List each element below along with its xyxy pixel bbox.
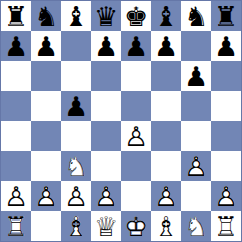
square-b8[interactable]: ♞ [31, 1, 61, 31]
white-piece-outline: ♙ [64, 183, 88, 210]
square-f8[interactable]: ♝ [151, 1, 181, 31]
piece-black-bishop[interactable]: ♝ [61, 1, 91, 31]
square-a1[interactable]: ♜♖ [1, 211, 31, 241]
square-f1[interactable]: ♝♗ [151, 211, 181, 241]
square-b6[interactable] [31, 61, 61, 91]
square-b5[interactable] [31, 91, 61, 121]
piece-black-rook[interactable]: ♜ [1, 1, 31, 31]
square-g8[interactable]: ♞ [181, 1, 211, 31]
piece-black-pawn[interactable]: ♟ [151, 31, 181, 61]
black-piece-glyph: ♟ [94, 33, 118, 60]
square-f7[interactable]: ♟ [151, 31, 181, 61]
white-piece-outline: ♙ [34, 183, 58, 210]
black-piece-glyph: ♜ [214, 3, 238, 30]
square-h2[interactable]: ♟♙ [211, 181, 241, 211]
square-h5[interactable] [211, 91, 241, 121]
square-a5[interactable] [1, 91, 31, 121]
square-e1[interactable]: ♚♔ [121, 211, 151, 241]
square-g3[interactable]: ♟♙ [181, 151, 211, 181]
white-piece-outline: ♕ [94, 213, 118, 240]
piece-white-bishop[interactable]: ♝♗ [151, 211, 181, 241]
black-piece-glyph: ♟ [34, 33, 58, 60]
square-h4[interactable] [211, 121, 241, 151]
black-piece-glyph: ♛ [94, 3, 118, 30]
square-d1[interactable]: ♛♕ [91, 211, 121, 241]
piece-black-pawn[interactable]: ♟ [121, 31, 151, 61]
piece-black-pawn[interactable]: ♟ [91, 31, 121, 61]
square-a3[interactable] [1, 151, 31, 181]
black-piece-glyph: ♟ [154, 33, 178, 60]
square-e6[interactable] [121, 61, 151, 91]
white-piece-outline: ♘ [184, 213, 208, 240]
square-d2[interactable]: ♟♙ [91, 181, 121, 211]
square-h3[interactable] [211, 151, 241, 181]
piece-white-rook[interactable]: ♜♖ [211, 211, 241, 241]
piece-black-pawn[interactable]: ♟ [211, 31, 241, 61]
piece-black-queen[interactable]: ♛ [91, 1, 121, 31]
square-c6[interactable] [61, 61, 91, 91]
black-piece-glyph: ♜ [4, 3, 28, 30]
square-e5[interactable] [121, 91, 151, 121]
square-d5[interactable] [91, 91, 121, 121]
square-d4[interactable] [91, 121, 121, 151]
white-piece-outline: ♙ [124, 123, 148, 150]
square-g7[interactable] [181, 31, 211, 61]
piece-white-pawn[interactable]: ♟♙ [121, 121, 151, 151]
square-c1[interactable]: ♝♗ [61, 211, 91, 241]
piece-white-pawn[interactable]: ♟♙ [151, 181, 181, 211]
square-c5[interactable]: ♟ [61, 91, 91, 121]
square-a6[interactable] [1, 61, 31, 91]
white-piece-outline: ♗ [154, 213, 178, 240]
square-f2[interactable]: ♟♙ [151, 181, 181, 211]
square-a4[interactable] [1, 121, 31, 151]
white-piece-outline: ♙ [154, 183, 178, 210]
square-g1[interactable]: ♞♘ [181, 211, 211, 241]
white-piece-outline: ♙ [4, 183, 28, 210]
piece-white-knight[interactable]: ♞♘ [181, 211, 211, 241]
square-a7[interactable]: ♟ [1, 31, 31, 61]
square-e4[interactable]: ♟♙ [121, 121, 151, 151]
square-f4[interactable] [151, 121, 181, 151]
square-h6[interactable] [211, 61, 241, 91]
piece-black-knight[interactable]: ♞ [31, 1, 61, 31]
square-f3[interactable] [151, 151, 181, 181]
white-piece-outline: ♖ [214, 213, 238, 240]
piece-white-knight[interactable]: ♞♘ [61, 151, 91, 181]
black-piece-glyph: ♟ [184, 63, 208, 90]
piece-black-king[interactable]: ♚ [121, 1, 151, 31]
black-piece-glyph: ♝ [64, 3, 88, 30]
piece-black-pawn[interactable]: ♟ [61, 91, 91, 121]
white-piece-outline: ♙ [214, 183, 238, 210]
white-piece-outline: ♘ [64, 153, 88, 180]
black-piece-glyph: ♟ [214, 33, 238, 60]
white-piece-outline: ♙ [184, 153, 208, 180]
square-d8[interactable]: ♛ [91, 1, 121, 31]
square-e2[interactable] [121, 181, 151, 211]
square-c2[interactable]: ♟♙ [61, 181, 91, 211]
square-d7[interactable]: ♟ [91, 31, 121, 61]
piece-white-pawn[interactable]: ♟♙ [91, 181, 121, 211]
piece-white-rook[interactable]: ♜♖ [1, 211, 31, 241]
square-e7[interactable]: ♟ [121, 31, 151, 61]
white-piece-outline: ♙ [94, 183, 118, 210]
square-g4[interactable] [181, 121, 211, 151]
square-g5[interactable] [181, 91, 211, 121]
square-b4[interactable] [31, 121, 61, 151]
piece-white-pawn[interactable]: ♟♙ [211, 181, 241, 211]
square-a2[interactable]: ♟♙ [1, 181, 31, 211]
piece-white-king[interactable]: ♚♔ [121, 211, 151, 241]
black-piece-glyph: ♚ [124, 3, 148, 30]
piece-black-pawn[interactable]: ♟ [181, 61, 211, 91]
square-h1[interactable]: ♜♖ [211, 211, 241, 241]
chess-board: ♜♞♝♛♚♝♞♜♟♟♟♟♟♟♟♟♟♙♞♘♟♙♟♙♟♙♟♙♟♙♟♙♟♙♜♖♝♗♛♕… [0, 0, 242, 242]
piece-white-pawn[interactable]: ♟♙ [1, 181, 31, 211]
square-c7[interactable] [61, 31, 91, 61]
white-piece-outline: ♖ [4, 213, 28, 240]
black-piece-glyph: ♝ [154, 3, 178, 30]
piece-white-pawn[interactable]: ♟♙ [61, 181, 91, 211]
square-f5[interactable] [151, 91, 181, 121]
white-piece-outline: ♔ [124, 213, 148, 240]
piece-black-rook[interactable]: ♜ [211, 1, 241, 31]
square-b3[interactable] [31, 151, 61, 181]
piece-black-pawn[interactable]: ♟ [1, 31, 31, 61]
piece-white-queen[interactable]: ♛♕ [91, 211, 121, 241]
black-piece-glyph: ♟ [4, 33, 28, 60]
square-e8[interactable]: ♚ [121, 1, 151, 31]
square-c4[interactable] [61, 121, 91, 151]
square-b1[interactable] [31, 211, 61, 241]
square-h7[interactable]: ♟ [211, 31, 241, 61]
black-piece-glyph: ♟ [124, 33, 148, 60]
piece-white-pawn[interactable]: ♟♙ [181, 151, 211, 181]
square-h8[interactable]: ♜ [211, 1, 241, 31]
piece-black-pawn[interactable]: ♟ [31, 31, 61, 61]
piece-black-bishop[interactable]: ♝ [151, 1, 181, 31]
piece-white-bishop[interactable]: ♝♗ [61, 211, 91, 241]
square-d3[interactable] [91, 151, 121, 181]
square-g6[interactable]: ♟ [181, 61, 211, 91]
square-d6[interactable] [91, 61, 121, 91]
square-e3[interactable] [121, 151, 151, 181]
square-a8[interactable]: ♜ [1, 1, 31, 31]
black-piece-glyph: ♞ [184, 3, 208, 30]
square-g2[interactable] [181, 181, 211, 211]
black-piece-glyph: ♞ [34, 3, 58, 30]
square-f6[interactable] [151, 61, 181, 91]
square-c8[interactable]: ♝ [61, 1, 91, 31]
square-b2[interactable]: ♟♙ [31, 181, 61, 211]
square-c3[interactable]: ♞♘ [61, 151, 91, 181]
black-piece-glyph: ♟ [64, 93, 88, 120]
piece-white-pawn[interactable]: ♟♙ [31, 181, 61, 211]
piece-black-knight[interactable]: ♞ [181, 1, 211, 31]
square-b7[interactable]: ♟ [31, 31, 61, 61]
white-piece-outline: ♗ [64, 213, 88, 240]
